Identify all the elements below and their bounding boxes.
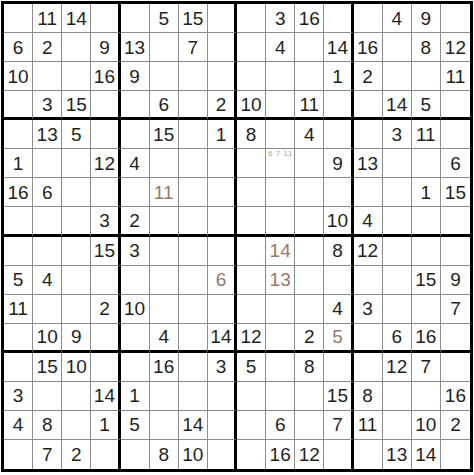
cell-r6c4[interactable]: 12: [91, 149, 120, 178]
cell-r12c10[interactable]: [266, 324, 295, 353]
cell-r9c8[interactable]: [208, 237, 237, 266]
cell-r5c5[interactable]: [121, 120, 150, 149]
cell-r15c4[interactable]: 1: [91, 411, 120, 440]
cell-r1c9[interactable]: [237, 4, 266, 33]
cell-r2c10[interactable]: 4: [266, 33, 295, 62]
cell-r12c4[interactable]: [91, 324, 120, 353]
cell-r4c16[interactable]: [441, 91, 470, 120]
cell-r2c5[interactable]: 13: [121, 33, 150, 62]
cell-r16c7[interactable]: 10: [179, 440, 208, 469]
cell-r13c10[interactable]: [266, 353, 295, 382]
cell-r11c3[interactable]: [62, 295, 91, 324]
cell-r16c14[interactable]: 13: [383, 440, 412, 469]
cell-r14c4[interactable]: 14: [91, 382, 120, 411]
sudoku-board: 1114515316496291374141681210169121131562…: [1, 1, 473, 472]
cell-r15c6[interactable]: [150, 411, 179, 440]
cell-r6c15[interactable]: [412, 149, 441, 178]
cell-r1c14[interactable]: 4: [383, 4, 412, 33]
cell-r3c13[interactable]: 2: [354, 62, 383, 91]
cell-r14c2[interactable]: [33, 382, 62, 411]
cell-r5c13[interactable]: [354, 120, 383, 149]
cell-r5c8[interactable]: 1: [208, 120, 237, 149]
cell-r8c4[interactable]: 3: [91, 207, 120, 236]
cell-r11c14[interactable]: [383, 295, 412, 324]
cell-r9c10[interactable]: 14: [266, 237, 295, 266]
cell-r16c2[interactable]: 7: [33, 440, 62, 469]
cell-r16c15[interactable]: 14: [412, 440, 441, 469]
cell-r8c12[interactable]: 10: [324, 207, 353, 236]
cell-r2c4[interactable]: 9: [91, 33, 120, 62]
cell-r10c16[interactable]: 9: [441, 266, 470, 295]
cell-r9c13[interactable]: 12: [354, 237, 383, 266]
cell-r5c16[interactable]: [441, 120, 470, 149]
cell-r12c1[interactable]: [4, 324, 33, 353]
cell-r14c13[interactable]: 8: [354, 382, 383, 411]
cell-r3c12[interactable]: 1: [324, 62, 353, 91]
cell-r2c3[interactable]: [62, 33, 91, 62]
cell-r15c3[interactable]: [62, 411, 91, 440]
cell-r16c1[interactable]: [4, 440, 33, 469]
cell-r2c2[interactable]: 2: [33, 33, 62, 62]
cell-r2c9[interactable]: [237, 33, 266, 62]
cell-r8c11[interactable]: [295, 207, 324, 236]
cell-r5c11[interactable]: 4: [295, 120, 324, 149]
cell-r14c15[interactable]: [412, 382, 441, 411]
cell-r14c14[interactable]: [383, 382, 412, 411]
cell-r14c16[interactable]: 16: [441, 382, 470, 411]
cell-r1c15[interactable]: 9: [412, 4, 441, 33]
cell-r13c16[interactable]: [441, 353, 470, 382]
cell-r7c3[interactable]: [62, 178, 91, 207]
cell-r2c14[interactable]: [383, 33, 412, 62]
cell-r6c6[interactable]: [150, 149, 179, 178]
cell-r6c9[interactable]: [237, 149, 266, 178]
cell-r4c1[interactable]: [4, 91, 33, 120]
cell-r15c10[interactable]: 6: [266, 411, 295, 440]
cell-r10c5[interactable]: [121, 266, 150, 295]
cell-r9c15[interactable]: [412, 237, 441, 266]
cell-r15c7[interactable]: 14: [179, 411, 208, 440]
cell-r7c1[interactable]: 16: [4, 178, 33, 207]
cell-r16c5[interactable]: [121, 440, 150, 469]
cell-r12c14[interactable]: 6: [383, 324, 412, 353]
cell-r13c3[interactable]: 10: [62, 353, 91, 382]
cell-r8c5[interactable]: 2: [121, 207, 150, 236]
cell-r11c11[interactable]: [295, 295, 324, 324]
cell-r10c1[interactable]: 5: [4, 266, 33, 295]
cell-r5c14[interactable]: 3: [383, 120, 412, 149]
cell-r15c11[interactable]: [295, 411, 324, 440]
cell-r15c9[interactable]: [237, 411, 266, 440]
cell-r12c3[interactable]: 9: [62, 324, 91, 353]
cell-r3c5[interactable]: 9: [121, 62, 150, 91]
cell-r14c6[interactable]: [150, 382, 179, 411]
cell-r1c16[interactable]: [441, 4, 470, 33]
cell-r9c7[interactable]: [179, 237, 208, 266]
cell-r3c16[interactable]: 11: [441, 62, 470, 91]
cell-r4c15[interactable]: 5: [412, 91, 441, 120]
cell-r12c7[interactable]: [179, 324, 208, 353]
cell-r10c9[interactable]: [237, 266, 266, 295]
cell-r4c6[interactable]: 6: [150, 91, 179, 120]
cell-r9c2[interactable]: [33, 237, 62, 266]
sudoku-page: 1114515316496291374141681210169121131562…: [0, 0, 474, 475]
cell-r7c14[interactable]: [383, 178, 412, 207]
cell-r8c13[interactable]: 4: [354, 207, 383, 236]
cell-r10c10[interactable]: 13: [266, 266, 295, 295]
cell-r12c12[interactable]: 5: [324, 324, 353, 353]
cell-r9c9[interactable]: [237, 237, 266, 266]
cell-r7c13[interactable]: [354, 178, 383, 207]
cell-r2c12[interactable]: 14: [324, 33, 353, 62]
cell-r7c2[interactable]: 6: [33, 178, 62, 207]
cell-r8c10[interactable]: [266, 207, 295, 236]
cell-r10c15[interactable]: 15: [412, 266, 441, 295]
cell-r1c13[interactable]: [354, 4, 383, 33]
cell-r15c14[interactable]: [383, 411, 412, 440]
cell-r11c1[interactable]: 11: [4, 295, 33, 324]
cell-r8c15[interactable]: [412, 207, 441, 236]
cell-r2c11[interactable]: [295, 33, 324, 62]
cell-r10c11[interactable]: [295, 266, 324, 295]
cell-r1c8[interactable]: [208, 4, 237, 33]
cell-r11c5[interactable]: 10: [121, 295, 150, 324]
cell-r13c6[interactable]: 16: [150, 353, 179, 382]
cell-r16c8[interactable]: [208, 440, 237, 469]
cell-r3c1[interactable]: 10: [4, 62, 33, 91]
cell-r12c8[interactable]: 14: [208, 324, 237, 353]
cell-r5c2[interactable]: 13: [33, 120, 62, 149]
cell-r1c6[interactable]: 5: [150, 4, 179, 33]
cell-r6c10[interactable]: 6 7 11: [266, 149, 295, 178]
cell-r13c13[interactable]: [354, 353, 383, 382]
cell-r1c7[interactable]: 15: [179, 4, 208, 33]
cell-r9c1[interactable]: [4, 237, 33, 266]
cell-r8c7[interactable]: [179, 207, 208, 236]
cell-r13c14[interactable]: 12: [383, 353, 412, 382]
cell-r13c11[interactable]: 8: [295, 353, 324, 382]
cell-r1c4[interactable]: [91, 4, 120, 33]
cell-r10c4[interactable]: [91, 266, 120, 295]
cell-r14c1[interactable]: 3: [4, 382, 33, 411]
cell-r6c3[interactable]: [62, 149, 91, 178]
cell-r10c14[interactable]: [383, 266, 412, 295]
cell-r14c12[interactable]: 15: [324, 382, 353, 411]
cell-r7c16[interactable]: 15: [441, 178, 470, 207]
cell-r10c8[interactable]: 6: [208, 266, 237, 295]
cell-r6c5[interactable]: 4: [121, 149, 150, 178]
cell-r10c7[interactable]: [179, 266, 208, 295]
cell-r4c9[interactable]: 10: [237, 91, 266, 120]
cell-r12c6[interactable]: 4: [150, 324, 179, 353]
cell-r10c6[interactable]: [150, 266, 179, 295]
cell-r16c4[interactable]: [91, 440, 120, 469]
cell-r12c9[interactable]: 12: [237, 324, 266, 353]
cell-r2c6[interactable]: [150, 33, 179, 62]
cell-r1c5[interactable]: [121, 4, 150, 33]
cell-r7c12[interactable]: [324, 178, 353, 207]
cell-r4c8[interactable]: 2: [208, 91, 237, 120]
cell-r13c1[interactable]: [4, 353, 33, 382]
cell-r5c1[interactable]: [4, 120, 33, 149]
cell-r16c9[interactable]: [237, 440, 266, 469]
cell-r7c5[interactable]: [121, 178, 150, 207]
cell-r2c15[interactable]: 8: [412, 33, 441, 62]
cell-r6c11[interactable]: [295, 149, 324, 178]
cell-r7c8[interactable]: [208, 178, 237, 207]
cell-r6c12[interactable]: 9: [324, 149, 353, 178]
cell-r3c15[interactable]: [412, 62, 441, 91]
cell-r16c13[interactable]: [354, 440, 383, 469]
cell-r9c3[interactable]: [62, 237, 91, 266]
cell-r6c16[interactable]: 6: [441, 149, 470, 178]
cell-r5c10[interactable]: [266, 120, 295, 149]
cell-r3c7[interactable]: [179, 62, 208, 91]
cell-r4c11[interactable]: 11: [295, 91, 324, 120]
cell-r4c12[interactable]: [324, 91, 353, 120]
cell-r9c4[interactable]: 15: [91, 237, 120, 266]
cell-r8c6[interactable]: [150, 207, 179, 236]
cell-r14c9[interactable]: [237, 382, 266, 411]
cell-r4c10[interactable]: [266, 91, 295, 120]
cell-r15c8[interactable]: [208, 411, 237, 440]
cell-r7c4[interactable]: [91, 178, 120, 207]
cell-r4c7[interactable]: [179, 91, 208, 120]
cell-r14c8[interactable]: [208, 382, 237, 411]
cell-r13c5[interactable]: [121, 353, 150, 382]
cell-r3c10[interactable]: [266, 62, 295, 91]
cell-r7c11[interactable]: [295, 178, 324, 207]
cell-r7c6[interactable]: 11: [150, 178, 179, 207]
cell-r3c14[interactable]: [383, 62, 412, 91]
cell-r4c3[interactable]: 15: [62, 91, 91, 120]
cell-r1c1[interactable]: [4, 4, 33, 33]
cell-r6c8[interactable]: [208, 149, 237, 178]
cell-r7c7[interactable]: [179, 178, 208, 207]
cell-r3c9[interactable]: [237, 62, 266, 91]
cell-r15c16[interactable]: 2: [441, 411, 470, 440]
cell-r15c13[interactable]: 11: [354, 411, 383, 440]
cell-r8c14[interactable]: [383, 207, 412, 236]
cell-r5c7[interactable]: [179, 120, 208, 149]
cell-r12c11[interactable]: 2: [295, 324, 324, 353]
cell-r11c8[interactable]: [208, 295, 237, 324]
cell-r11c10[interactable]: [266, 295, 295, 324]
cell-r5c12[interactable]: [324, 120, 353, 149]
cell-r11c4[interactable]: 2: [91, 295, 120, 324]
cell-r2c13[interactable]: 16: [354, 33, 383, 62]
cell-r6c7[interactable]: [179, 149, 208, 178]
cell-r13c15[interactable]: 7: [412, 353, 441, 382]
cell-r9c14[interactable]: [383, 237, 412, 266]
cell-r6c1[interactable]: 1: [4, 149, 33, 178]
cell-r13c8[interactable]: 3: [208, 353, 237, 382]
cell-r11c2[interactable]: [33, 295, 62, 324]
cell-r5c4[interactable]: [91, 120, 120, 149]
cell-r1c3[interactable]: 14: [62, 4, 91, 33]
cell-r13c4[interactable]: [91, 353, 120, 382]
cell-r2c7[interactable]: 7: [179, 33, 208, 62]
cell-r9c11[interactable]: [295, 237, 324, 266]
cell-r9c6[interactable]: [150, 237, 179, 266]
cell-r15c5[interactable]: 5: [121, 411, 150, 440]
cell-r11c9[interactable]: [237, 295, 266, 324]
cell-r2c16[interactable]: 12: [441, 33, 470, 62]
cell-r14c11[interactable]: [295, 382, 324, 411]
cell-r12c15[interactable]: 16: [412, 324, 441, 353]
cell-r9c5[interactable]: 3: [121, 237, 150, 266]
cell-r8c16[interactable]: [441, 207, 470, 236]
cell-r4c2[interactable]: 3: [33, 91, 62, 120]
cell-r13c2[interactable]: 15: [33, 353, 62, 382]
cell-r8c3[interactable]: [62, 207, 91, 236]
cell-r10c13[interactable]: [354, 266, 383, 295]
cell-r7c10[interactable]: [266, 178, 295, 207]
cell-r3c8[interactable]: [208, 62, 237, 91]
cell-r6c13[interactable]: 13: [354, 149, 383, 178]
cell-r16c16[interactable]: [441, 440, 470, 469]
cell-r12c16[interactable]: [441, 324, 470, 353]
cell-r4c4[interactable]: [91, 91, 120, 120]
cell-r9c12[interactable]: 8: [324, 237, 353, 266]
cell-r11c13[interactable]: 3: [354, 295, 383, 324]
cell-r16c6[interactable]: 8: [150, 440, 179, 469]
cell-r11c7[interactable]: [179, 295, 208, 324]
cell-r3c2[interactable]: [33, 62, 62, 91]
cell-r12c2[interactable]: 10: [33, 324, 62, 353]
cell-r16c10[interactable]: 16: [266, 440, 295, 469]
cell-r13c12[interactable]: [324, 353, 353, 382]
cell-r10c3[interactable]: [62, 266, 91, 295]
cell-r15c15[interactable]: 10: [412, 411, 441, 440]
cell-r14c7[interactable]: [179, 382, 208, 411]
cell-r11c16[interactable]: 7: [441, 295, 470, 324]
cell-r10c12[interactable]: [324, 266, 353, 295]
cell-r11c15[interactable]: [412, 295, 441, 324]
cell-r6c14[interactable]: [383, 149, 412, 178]
cell-r2c1[interactable]: 6: [4, 33, 33, 62]
cell-r2c8[interactable]: [208, 33, 237, 62]
cell-r11c12[interactable]: 4: [324, 295, 353, 324]
cell-r12c13[interactable]: [354, 324, 383, 353]
cell-r5c15[interactable]: 11: [412, 120, 441, 149]
cell-r6c2[interactable]: [33, 149, 62, 178]
cell-r14c10[interactable]: [266, 382, 295, 411]
cell-r7c9[interactable]: [237, 178, 266, 207]
cell-r3c3[interactable]: [62, 62, 91, 91]
cell-r1c2[interactable]: 11: [33, 4, 62, 33]
cell-r16c12[interactable]: [324, 440, 353, 469]
cell-r7c15[interactable]: 1: [412, 178, 441, 207]
cell-r3c11[interactable]: [295, 62, 324, 91]
cell-r13c9[interactable]: 5: [237, 353, 266, 382]
cell-r8c8[interactable]: [208, 207, 237, 236]
cell-r3c4[interactable]: 16: [91, 62, 120, 91]
cell-r16c3[interactable]: 2: [62, 440, 91, 469]
cell-r14c5[interactable]: 1: [121, 382, 150, 411]
cell-r15c12[interactable]: 7: [324, 411, 353, 440]
cell-r5c6[interactable]: 15: [150, 120, 179, 149]
cell-r4c5[interactable]: [121, 91, 150, 120]
cell-r1c10[interactable]: 3: [266, 4, 295, 33]
cell-r16c11[interactable]: 12: [295, 440, 324, 469]
cell-r5c3[interactable]: 5: [62, 120, 91, 149]
cell-r8c9[interactable]: [237, 207, 266, 236]
pencil-marks-r6c10: 6 7 11: [268, 150, 293, 157]
cell-r11c6[interactable]: [150, 295, 179, 324]
cell-r1c12[interactable]: [324, 4, 353, 33]
cell-r8c1[interactable]: [4, 207, 33, 236]
cell-r4c14[interactable]: 14: [383, 91, 412, 120]
cell-r13c7[interactable]: [179, 353, 208, 382]
cell-r15c2[interactable]: 8: [33, 411, 62, 440]
cell-r5c9[interactable]: 8: [237, 120, 266, 149]
cell-r3c6[interactable]: [150, 62, 179, 91]
cell-r9c16[interactable]: [441, 237, 470, 266]
cell-r10c2[interactable]: 4: [33, 266, 62, 295]
cell-r8c2[interactable]: [33, 207, 62, 236]
cell-r12c5[interactable]: [121, 324, 150, 353]
cell-r14c3[interactable]: [62, 382, 91, 411]
cell-r15c1[interactable]: 4: [4, 411, 33, 440]
cell-r1c11[interactable]: 16: [295, 4, 324, 33]
cell-r4c13[interactable]: [354, 91, 383, 120]
